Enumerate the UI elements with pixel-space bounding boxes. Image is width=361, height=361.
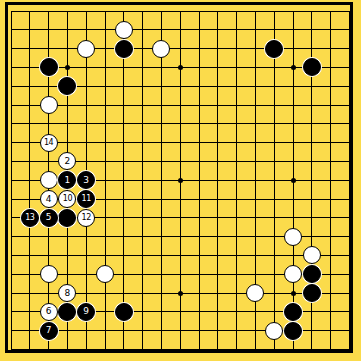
star-point (178, 178, 183, 183)
grid-line-vertical (217, 11, 218, 350)
star-point (291, 65, 296, 70)
stone-white (40, 96, 58, 114)
move-6-stone-white: 6 (40, 303, 58, 321)
stone-white (40, 265, 58, 283)
star-point (178, 65, 183, 70)
stone-black (115, 303, 133, 321)
grid-line-vertical (330, 11, 331, 350)
grid-line-vertical (349, 11, 350, 350)
move-number: 2 (65, 157, 71, 166)
stone-black (284, 303, 302, 321)
stone-white (77, 40, 95, 58)
grid-line-vertical (236, 11, 237, 350)
move-4-stone-white: 4 (40, 190, 58, 208)
stone-white (115, 21, 133, 39)
move-number: 8 (65, 289, 71, 298)
move-number: 11 (82, 195, 91, 203)
move-number: 1 (65, 176, 71, 185)
move-number: 4 (46, 195, 52, 204)
move-7-stone-black: 7 (40, 322, 58, 340)
grid-line-horizontal (11, 349, 350, 350)
star-point (291, 178, 296, 183)
move-number: 10 (63, 195, 72, 203)
stone-white (152, 40, 170, 58)
move-number: 13 (25, 214, 34, 222)
move-12-stone-white: 12 (77, 209, 95, 227)
stone-black (303, 284, 321, 302)
grid-line-horizontal (11, 255, 350, 256)
move-14-stone-white: 14 (40, 134, 58, 152)
move-number: 12 (82, 214, 91, 222)
grid-line-vertical (199, 11, 200, 350)
move-9-stone-black: 9 (77, 303, 95, 321)
go-board-diagram: 1234567891011121314 (0, 0, 361, 361)
stone-white (40, 171, 58, 189)
move-number: 9 (83, 307, 89, 316)
stone-black (40, 58, 58, 76)
move-number: 5 (46, 213, 52, 222)
stone-black (284, 322, 302, 340)
stone-black (303, 265, 321, 283)
move-number: 6 (46, 307, 52, 316)
move-5-stone-black: 5 (40, 209, 58, 227)
move-13-stone-black: 13 (21, 209, 39, 227)
star-point (291, 291, 296, 296)
move-number: 14 (44, 139, 53, 147)
move-number: 3 (83, 176, 89, 185)
stone-black (115, 40, 133, 58)
grid-line-vertical (274, 11, 275, 350)
stone-black (265, 40, 283, 58)
move-number: 7 (46, 326, 52, 335)
stone-white (265, 322, 283, 340)
star-point (178, 291, 183, 296)
stone-white (284, 228, 302, 246)
star-point (65, 65, 70, 70)
